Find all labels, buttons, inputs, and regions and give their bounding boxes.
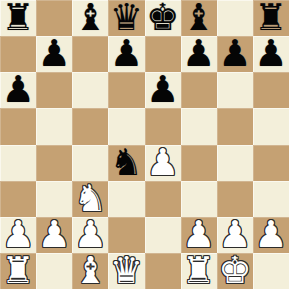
- square-a4[interactable]: [0, 145, 36, 181]
- black-bishop[interactable]: ♝: [74, 0, 107, 36]
- chess-board-container: ♜♝♛♚♝♜♟♟♟♟♟♟♟♞♟♞♟♟♟♟♟♟♜♝♛♜♚: [0, 0, 289, 289]
- black-pawn[interactable]: ♟: [254, 36, 287, 72]
- white-rook[interactable]: ♜: [182, 253, 215, 289]
- square-g1[interactable]: ♚: [217, 253, 253, 289]
- square-f8[interactable]: ♝: [181, 0, 217, 36]
- square-c4[interactable]: [72, 145, 108, 181]
- square-a6[interactable]: ♟: [0, 72, 36, 108]
- square-b7[interactable]: ♟: [36, 36, 72, 72]
- square-h6[interactable]: [253, 72, 289, 108]
- square-c2[interactable]: ♟: [72, 217, 108, 253]
- square-e3[interactable]: [145, 181, 181, 217]
- square-a1[interactable]: ♜: [0, 253, 36, 289]
- white-king[interactable]: ♚: [218, 253, 251, 289]
- square-c6[interactable]: [72, 72, 108, 108]
- square-b6[interactable]: [36, 72, 72, 108]
- square-f2[interactable]: ♟: [181, 217, 217, 253]
- square-e2[interactable]: [145, 217, 181, 253]
- square-d4[interactable]: ♞: [108, 145, 144, 181]
- square-h3[interactable]: [253, 181, 289, 217]
- square-f6[interactable]: [181, 72, 217, 108]
- square-a7[interactable]: [0, 36, 36, 72]
- square-b4[interactable]: [36, 145, 72, 181]
- white-rook[interactable]: ♜: [1, 253, 34, 289]
- black-queen[interactable]: ♛: [110, 0, 143, 36]
- black-pawn[interactable]: ♟: [182, 36, 215, 72]
- white-pawn[interactable]: ♟: [254, 217, 287, 253]
- square-g7[interactable]: ♟: [217, 36, 253, 72]
- black-pawn[interactable]: ♟: [146, 72, 179, 108]
- square-g3[interactable]: [217, 181, 253, 217]
- square-c5[interactable]: [72, 108, 108, 144]
- square-e5[interactable]: [145, 108, 181, 144]
- square-e8[interactable]: ♚: [145, 0, 181, 36]
- black-bishop[interactable]: ♝: [182, 0, 215, 36]
- square-a5[interactable]: [0, 108, 36, 144]
- white-queen[interactable]: ♛: [110, 253, 143, 289]
- square-b2[interactable]: ♟: [36, 217, 72, 253]
- square-d7[interactable]: ♟: [108, 36, 144, 72]
- square-h7[interactable]: ♟: [253, 36, 289, 72]
- square-a2[interactable]: ♟: [0, 217, 36, 253]
- square-h1[interactable]: [253, 253, 289, 289]
- square-c7[interactable]: [72, 36, 108, 72]
- square-g8[interactable]: [217, 0, 253, 36]
- square-e4[interactable]: ♟: [145, 145, 181, 181]
- white-pawn[interactable]: ♟: [182, 217, 215, 253]
- square-g5[interactable]: [217, 108, 253, 144]
- white-knight[interactable]: ♞: [74, 181, 107, 217]
- white-pawn[interactable]: ♟: [1, 217, 34, 253]
- square-d6[interactable]: [108, 72, 144, 108]
- white-pawn[interactable]: ♟: [74, 217, 107, 253]
- square-e6[interactable]: ♟: [145, 72, 181, 108]
- square-a8[interactable]: ♜: [0, 0, 36, 36]
- square-c1[interactable]: ♝: [72, 253, 108, 289]
- square-d3[interactable]: [108, 181, 144, 217]
- square-g2[interactable]: ♟: [217, 217, 253, 253]
- square-d2[interactable]: [108, 217, 144, 253]
- square-c3[interactable]: ♞: [72, 181, 108, 217]
- square-h8[interactable]: ♜: [253, 0, 289, 36]
- black-pawn[interactable]: ♟: [1, 72, 34, 108]
- black-rook[interactable]: ♜: [254, 0, 287, 36]
- black-pawn[interactable]: ♟: [218, 36, 251, 72]
- square-h5[interactable]: [253, 108, 289, 144]
- white-bishop[interactable]: ♝: [74, 253, 107, 289]
- square-f3[interactable]: [181, 181, 217, 217]
- square-e7[interactable]: [145, 36, 181, 72]
- square-f4[interactable]: [181, 145, 217, 181]
- square-d1[interactable]: ♛: [108, 253, 144, 289]
- square-c8[interactable]: ♝: [72, 0, 108, 36]
- square-b5[interactable]: [36, 108, 72, 144]
- square-f5[interactable]: [181, 108, 217, 144]
- square-b8[interactable]: [36, 0, 72, 36]
- square-e1[interactable]: [145, 253, 181, 289]
- square-b3[interactable]: [36, 181, 72, 217]
- black-king[interactable]: ♚: [146, 0, 179, 36]
- square-f7[interactable]: ♟: [181, 36, 217, 72]
- square-g4[interactable]: [217, 145, 253, 181]
- square-a3[interactable]: [0, 181, 36, 217]
- white-pawn[interactable]: ♟: [218, 217, 251, 253]
- square-d8[interactable]: ♛: [108, 0, 144, 36]
- square-h4[interactable]: [253, 145, 289, 181]
- white-pawn[interactable]: ♟: [38, 217, 71, 253]
- square-f1[interactable]: ♜: [181, 253, 217, 289]
- square-b1[interactable]: [36, 253, 72, 289]
- square-h2[interactable]: ♟: [253, 217, 289, 253]
- square-g6[interactable]: [217, 72, 253, 108]
- black-pawn[interactable]: ♟: [38, 36, 71, 72]
- black-knight[interactable]: ♞: [110, 145, 143, 181]
- black-rook[interactable]: ♜: [1, 0, 34, 36]
- square-d5[interactable]: [108, 108, 144, 144]
- white-pawn[interactable]: ♟: [146, 145, 179, 181]
- chess-board: ♜♝♛♚♝♜♟♟♟♟♟♟♟♞♟♞♟♟♟♟♟♟♜♝♛♜♚: [0, 0, 289, 289]
- black-pawn[interactable]: ♟: [110, 36, 143, 72]
